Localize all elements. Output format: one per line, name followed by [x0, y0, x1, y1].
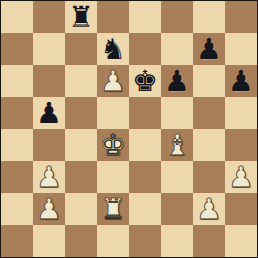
square-c4[interactable]	[65, 129, 97, 161]
square-e3[interactable]	[129, 161, 161, 193]
square-g7[interactable]: ♟	[193, 33, 225, 65]
square-d8[interactable]	[97, 1, 129, 33]
square-b5[interactable]: ♟	[33, 97, 65, 129]
square-c5[interactable]	[65, 97, 97, 129]
square-a2[interactable]	[1, 193, 33, 225]
square-g1[interactable]	[193, 225, 225, 257]
square-h3[interactable]: ♟	[225, 161, 257, 193]
square-h5[interactable]	[225, 97, 257, 129]
square-h1[interactable]	[225, 225, 257, 257]
square-a8[interactable]	[1, 1, 33, 33]
square-d3[interactable]	[97, 161, 129, 193]
piece-black-pawn: ♟	[164, 65, 190, 97]
square-g5[interactable]	[193, 97, 225, 129]
square-d4[interactable]: ♚	[97, 129, 129, 161]
square-d6[interactable]: ♟	[97, 65, 129, 97]
piece-black-rook: ♜	[68, 1, 94, 33]
square-a5[interactable]	[1, 97, 33, 129]
square-d5[interactable]	[97, 97, 129, 129]
square-h4[interactable]	[225, 129, 257, 161]
square-a6[interactable]	[1, 65, 33, 97]
square-c2[interactable]	[65, 193, 97, 225]
square-h2[interactable]	[225, 193, 257, 225]
square-e1[interactable]	[129, 225, 161, 257]
square-f8[interactable]	[161, 1, 193, 33]
square-c1[interactable]	[65, 225, 97, 257]
square-a4[interactable]	[1, 129, 33, 161]
square-c7[interactable]	[65, 33, 97, 65]
piece-black-pawn: ♟	[228, 65, 254, 97]
square-e7[interactable]	[129, 33, 161, 65]
square-g2[interactable]: ♟	[193, 193, 225, 225]
piece-black-knight: ♞	[100, 33, 126, 65]
square-f1[interactable]	[161, 225, 193, 257]
square-h6[interactable]: ♟	[225, 65, 257, 97]
piece-white-pawn: ♟	[100, 65, 126, 97]
square-b6[interactable]	[33, 65, 65, 97]
square-f3[interactable]	[161, 161, 193, 193]
square-g3[interactable]	[193, 161, 225, 193]
square-g4[interactable]	[193, 129, 225, 161]
square-f2[interactable]	[161, 193, 193, 225]
square-e4[interactable]	[129, 129, 161, 161]
square-d7[interactable]: ♞	[97, 33, 129, 65]
square-e8[interactable]	[129, 1, 161, 33]
square-b7[interactable]	[33, 33, 65, 65]
square-b8[interactable]	[33, 1, 65, 33]
piece-black-pawn: ♟	[196, 33, 222, 65]
piece-white-king: ♚	[100, 129, 126, 161]
square-h8[interactable]	[225, 1, 257, 33]
square-c6[interactable]	[65, 65, 97, 97]
square-f5[interactable]	[161, 97, 193, 129]
square-a3[interactable]	[1, 161, 33, 193]
piece-white-pawn: ♟	[196, 193, 222, 225]
square-d2[interactable]: ♜	[97, 193, 129, 225]
chess-board: ♜♞♟♟♚♟♟♟♚♝♟♟♟♜♟	[0, 0, 258, 258]
square-e5[interactable]	[129, 97, 161, 129]
square-b4[interactable]	[33, 129, 65, 161]
square-d1[interactable]	[97, 225, 129, 257]
piece-white-bishop: ♝	[164, 129, 190, 161]
piece-white-pawn: ♟	[36, 193, 62, 225]
square-e2[interactable]	[129, 193, 161, 225]
square-f4[interactable]: ♝	[161, 129, 193, 161]
piece-white-pawn: ♟	[36, 161, 62, 193]
square-f7[interactable]	[161, 33, 193, 65]
square-g6[interactable]	[193, 65, 225, 97]
piece-white-pawn: ♟	[228, 161, 254, 193]
square-a7[interactable]	[1, 33, 33, 65]
square-f6[interactable]: ♟	[161, 65, 193, 97]
piece-black-pawn: ♟	[36, 97, 62, 129]
piece-white-rook: ♜	[100, 193, 126, 225]
square-c3[interactable]	[65, 161, 97, 193]
square-b2[interactable]: ♟	[33, 193, 65, 225]
square-a1[interactable]	[1, 225, 33, 257]
piece-black-king: ♚	[132, 65, 158, 97]
square-c8[interactable]: ♜	[65, 1, 97, 33]
square-b1[interactable]	[33, 225, 65, 257]
square-h7[interactable]	[225, 33, 257, 65]
square-e6[interactable]: ♚	[129, 65, 161, 97]
square-b3[interactable]: ♟	[33, 161, 65, 193]
square-g8[interactable]	[193, 1, 225, 33]
chess-diagram: ♜♞♟♟♚♟♟♟♚♝♟♟♟♜♟	[0, 0, 258, 258]
